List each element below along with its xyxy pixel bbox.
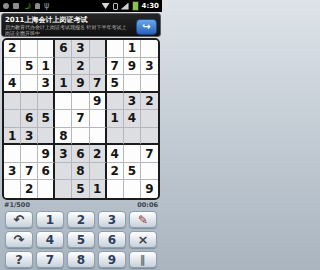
pause-button[interactable]: ‖: [129, 251, 157, 268]
cell-r6c8[interactable]: [124, 128, 141, 146]
num-8-button[interactable]: 8: [67, 251, 95, 268]
ad-title: 2011上海会计上岗证考试: [5, 16, 157, 24]
cell-r1c3[interactable]: [38, 40, 55, 58]
cell-r9c3[interactable]: [38, 180, 55, 198]
cell-r8c1[interactable]: 3: [4, 163, 21, 181]
status-icons-right: 4:30: [102, 1, 159, 11]
cell-r1c4[interactable]: 6: [55, 40, 72, 58]
pencil-button[interactable]: ✎: [129, 211, 157, 228]
cell-r9c4[interactable]: [55, 180, 72, 198]
num-6-button[interactable]: 6: [98, 231, 126, 248]
cell-r3c1[interactable]: 4: [4, 75, 21, 93]
sd-card-icon: [13, 3, 19, 9]
cell-r3c7[interactable]: 5: [107, 75, 124, 93]
cell-r4c6[interactable]: 9: [90, 93, 107, 111]
cell-r5c1[interactable]: [4, 110, 21, 128]
sudoku-grid: 2631512793431975932657141389362473768252…: [2, 38, 160, 200]
status-bar: ☽ ψ 4:30: [0, 0, 162, 12]
hint-button[interactable]: ?: [5, 251, 33, 268]
cell-r3c2[interactable]: [21, 75, 38, 93]
cell-r9c5[interactable]: 5: [72, 180, 89, 198]
cell-r5c6[interactable]: [90, 110, 107, 128]
cell-r8c2[interactable]: 7: [21, 163, 38, 181]
num-3-button[interactable]: 3: [98, 211, 126, 228]
cell-r7c5[interactable]: 6: [72, 145, 89, 163]
cell-r5c5[interactable]: 7: [72, 110, 89, 128]
cell-r8c9[interactable]: [141, 163, 158, 181]
cell-r2c8[interactable]: 9: [124, 58, 141, 76]
cell-r9c2[interactable]: 2: [21, 180, 38, 198]
cell-r6c9[interactable]: [141, 128, 158, 146]
cell-r5c9[interactable]: [141, 110, 158, 128]
ad-banner[interactable]: 2011上海会计上岗证考试 启力教育代办会计上岗证考试现报名 针对下半年考试上 …: [1, 13, 161, 37]
cell-r5c4[interactable]: [55, 110, 72, 128]
wifi-icon: [102, 3, 110, 9]
battery-icon: [132, 1, 139, 11]
cell-r6c1[interactable]: 1: [4, 128, 21, 146]
cell-r8c3[interactable]: 6: [38, 163, 55, 181]
cell-r7c9[interactable]: 7: [141, 145, 158, 163]
cell-r6c6[interactable]: [90, 128, 107, 146]
cell-r1c5[interactable]: 3: [72, 40, 89, 58]
cell-r9c7[interactable]: [107, 180, 124, 198]
cell-r9c8[interactable]: [124, 180, 141, 198]
cell-r6c4[interactable]: 8: [55, 128, 72, 146]
cell-r1c1[interactable]: 2: [4, 40, 21, 58]
cell-r5c3[interactable]: 5: [38, 110, 55, 128]
cell-r8c8[interactable]: 5: [124, 163, 141, 181]
cell-r1c7[interactable]: [107, 40, 124, 58]
cell-r6c5[interactable]: [72, 128, 89, 146]
cell-r4c4[interactable]: [55, 93, 72, 111]
undo-button[interactable]: ↶: [5, 211, 33, 228]
cell-r3c4[interactable]: 1: [55, 75, 72, 93]
num-7-button[interactable]: 7: [36, 251, 64, 268]
cell-r5c7[interactable]: 1: [107, 110, 124, 128]
clear-button[interactable]: ×: [129, 231, 157, 248]
num-1-button[interactable]: 1: [36, 211, 64, 228]
hud-bar: #1/500 00:06: [0, 200, 162, 209]
cell-r8c6[interactable]: [90, 163, 107, 181]
cell-r1c2[interactable]: [21, 40, 38, 58]
timer: 00:06: [137, 201, 158, 209]
cell-r2c7[interactable]: 7: [107, 58, 124, 76]
ad-forward-arrow-icon[interactable]: ↪: [136, 19, 157, 35]
bell-icon: [35, 3, 40, 9]
num-9-button[interactable]: 9: [98, 251, 126, 268]
clock-text: 4:30: [142, 2, 159, 10]
cell-r4c9[interactable]: 2: [141, 93, 158, 111]
cell-r4c2[interactable]: [21, 93, 38, 111]
cell-r4c5[interactable]: [72, 93, 89, 111]
cell-r8c4[interactable]: [55, 163, 72, 181]
cell-r9c1[interactable]: [4, 180, 21, 198]
signal-icon: [121, 3, 129, 10]
cell-r2c9[interactable]: 3: [141, 58, 158, 76]
cell-r2c6[interactable]: [90, 58, 107, 76]
cell-r4c7[interactable]: [107, 93, 124, 111]
cell-r3c5[interactable]: 9: [72, 75, 89, 93]
cell-r7c6[interactable]: 2: [90, 145, 107, 163]
status-icons-left: ☽ ψ: [3, 3, 49, 9]
num-2-button[interactable]: 2: [67, 211, 95, 228]
green-app-icon: ☽: [22, 1, 32, 11]
cell-r4c3[interactable]: [38, 93, 55, 111]
cell-r9c6[interactable]: 1: [90, 180, 107, 198]
cell-r3c6[interactable]: 7: [90, 75, 107, 93]
cell-r9c9[interactable]: 9: [141, 180, 158, 198]
cell-r2c2[interactable]: 5: [21, 58, 38, 76]
cell-r7c2[interactable]: [21, 145, 38, 163]
cell-r7c4[interactable]: 3: [55, 145, 72, 163]
cell-r7c7[interactable]: 4: [107, 145, 124, 163]
redo-button[interactable]: ↷: [5, 231, 33, 248]
ad-text-line2: 岗证全面开班中: [5, 30, 133, 36]
cell-r8c5[interactable]: 8: [72, 163, 89, 181]
cell-r3c3[interactable]: 3: [38, 75, 55, 93]
cell-r1c9[interactable]: [141, 40, 158, 58]
cell-r2c4[interactable]: [55, 58, 72, 76]
keypad: ↶123✎↷456×?789‖: [0, 210, 162, 270]
cell-r1c6[interactable]: [90, 40, 107, 58]
cell-r7c3[interactable]: 9: [38, 145, 55, 163]
cell-r3c8[interactable]: [124, 75, 141, 93]
cell-r3c9[interactable]: [141, 75, 158, 93]
cell-r2c5[interactable]: 2: [72, 58, 89, 76]
cell-r4c1[interactable]: [4, 93, 21, 111]
cell-r7c1[interactable]: [4, 145, 21, 163]
puzzle-number: #1/500: [4, 201, 30, 209]
cell-r6c2[interactable]: 3: [21, 128, 38, 146]
num-4-button[interactable]: 4: [36, 231, 64, 248]
notification-dot-icon: [3, 3, 9, 9]
num-5-button[interactable]: 5: [67, 231, 95, 248]
cell-r5c2[interactable]: 6: [21, 110, 38, 128]
cell-r8c7[interactable]: 2: [107, 163, 124, 181]
cell-r5c8[interactable]: 4: [124, 110, 141, 128]
cell-r1c8[interactable]: 1: [124, 40, 141, 58]
cell-r2c1[interactable]: [4, 58, 21, 76]
cell-r2c3[interactable]: 1: [38, 58, 55, 76]
cell-r6c3[interactable]: [38, 128, 55, 146]
cell-r7c8[interactable]: [124, 145, 141, 163]
lock-icon: [113, 3, 118, 10]
cell-r4c8[interactable]: 3: [124, 93, 141, 111]
cell-r6c7[interactable]: [107, 128, 124, 146]
usb-icon: ψ: [44, 3, 49, 9]
